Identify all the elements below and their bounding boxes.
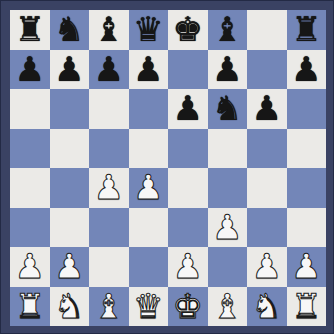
black-bishop[interactable]: ♝ <box>94 10 124 50</box>
square-e1[interactable]: ♚ <box>168 287 208 327</box>
square-h4[interactable] <box>287 168 327 208</box>
square-b2[interactable]: ♟ <box>50 247 90 287</box>
black-pawn[interactable]: ♟ <box>54 50 84 90</box>
white-pawn[interactable]: ♟ <box>291 247 321 287</box>
square-g6[interactable]: ♟ <box>247 89 287 129</box>
white-pawn[interactable]: ♟ <box>173 247 203 287</box>
black-king[interactable]: ♚ <box>173 10 203 50</box>
square-d8[interactable]: ♛ <box>129 10 169 50</box>
square-d7[interactable]: ♟ <box>129 50 169 90</box>
square-d2[interactable] <box>129 247 169 287</box>
square-a1[interactable]: ♜ <box>10 287 50 327</box>
white-pawn[interactable]: ♟ <box>94 168 124 208</box>
square-e4[interactable] <box>168 168 208 208</box>
square-a7[interactable]: ♟ <box>10 50 50 90</box>
square-g2[interactable]: ♟ <box>247 247 287 287</box>
square-h1[interactable]: ♜ <box>287 287 327 327</box>
black-bishop[interactable]: ♝ <box>212 10 242 50</box>
white-king[interactable]: ♚ <box>173 287 203 327</box>
square-b5[interactable] <box>50 129 90 169</box>
black-knight[interactable]: ♞ <box>212 89 242 129</box>
black-pawn[interactable]: ♟ <box>133 50 163 90</box>
square-f1[interactable]: ♝ <box>208 287 248 327</box>
square-c2[interactable] <box>89 247 129 287</box>
white-bishop[interactable]: ♝ <box>94 287 124 327</box>
square-b7[interactable]: ♟ <box>50 50 90 90</box>
black-pawn[interactable]: ♟ <box>212 50 242 90</box>
square-f3[interactable]: ♟ <box>208 208 248 248</box>
square-c4[interactable]: ♟ <box>89 168 129 208</box>
square-f6[interactable]: ♞ <box>208 89 248 129</box>
square-f5[interactable] <box>208 129 248 169</box>
square-h3[interactable] <box>287 208 327 248</box>
square-h5[interactable] <box>287 129 327 169</box>
black-pawn[interactable]: ♟ <box>291 50 321 90</box>
chess-board[interactable]: ♜♞♝♛♚♝♜♟♟♟♟♟♟♟♞♟♟♟♟♟♟♟♟♟♜♞♝♛♚♝♞♜ <box>10 10 326 326</box>
square-b1[interactable]: ♞ <box>50 287 90 327</box>
square-e7[interactable] <box>168 50 208 90</box>
white-rook[interactable]: ♜ <box>15 287 45 327</box>
white-pawn[interactable]: ♟ <box>15 247 45 287</box>
square-d1[interactable]: ♛ <box>129 287 169 327</box>
white-pawn[interactable]: ♟ <box>252 247 282 287</box>
square-b4[interactable] <box>50 168 90 208</box>
square-g8[interactable] <box>247 10 287 50</box>
white-knight[interactable]: ♞ <box>54 287 84 327</box>
square-c8[interactable]: ♝ <box>89 10 129 50</box>
square-f7[interactable]: ♟ <box>208 50 248 90</box>
square-c1[interactable]: ♝ <box>89 287 129 327</box>
black-pawn[interactable]: ♟ <box>173 89 203 129</box>
square-a3[interactable] <box>10 208 50 248</box>
square-h8[interactable]: ♜ <box>287 10 327 50</box>
square-f4[interactable] <box>208 168 248 208</box>
black-queen[interactable]: ♛ <box>133 10 163 50</box>
white-bishop[interactable]: ♝ <box>212 287 242 327</box>
square-h7[interactable]: ♟ <box>287 50 327 90</box>
black-knight[interactable]: ♞ <box>54 10 84 50</box>
square-a8[interactable]: ♜ <box>10 10 50 50</box>
square-g3[interactable] <box>247 208 287 248</box>
square-d3[interactable] <box>129 208 169 248</box>
square-c7[interactable]: ♟ <box>89 50 129 90</box>
black-pawn[interactable]: ♟ <box>94 50 124 90</box>
white-pawn[interactable]: ♟ <box>212 208 242 248</box>
square-a6[interactable] <box>10 89 50 129</box>
square-c6[interactable] <box>89 89 129 129</box>
square-h2[interactable]: ♟ <box>287 247 327 287</box>
black-rook[interactable]: ♜ <box>15 10 45 50</box>
board-frame: ♜♞♝♛♚♝♜♟♟♟♟♟♟♟♞♟♟♟♟♟♟♟♟♟♜♞♝♛♚♝♞♜ <box>0 0 334 334</box>
square-c3[interactable] <box>89 208 129 248</box>
black-pawn[interactable]: ♟ <box>15 50 45 90</box>
white-pawn[interactable]: ♟ <box>54 247 84 287</box>
black-pawn[interactable]: ♟ <box>252 89 282 129</box>
square-a4[interactable] <box>10 168 50 208</box>
square-g7[interactable] <box>247 50 287 90</box>
square-b8[interactable]: ♞ <box>50 10 90 50</box>
square-b6[interactable] <box>50 89 90 129</box>
square-h6[interactable] <box>287 89 327 129</box>
white-pawn[interactable]: ♟ <box>133 168 163 208</box>
square-e8[interactable]: ♚ <box>168 10 208 50</box>
square-g5[interactable] <box>247 129 287 169</box>
square-d4[interactable]: ♟ <box>129 168 169 208</box>
white-rook[interactable]: ♜ <box>291 287 321 327</box>
square-e6[interactable]: ♟ <box>168 89 208 129</box>
square-e2[interactable]: ♟ <box>168 247 208 287</box>
white-knight[interactable]: ♞ <box>252 287 282 327</box>
square-c5[interactable] <box>89 129 129 169</box>
square-e5[interactable] <box>168 129 208 169</box>
square-d6[interactable] <box>129 89 169 129</box>
square-b3[interactable] <box>50 208 90 248</box>
square-g1[interactable]: ♞ <box>247 287 287 327</box>
square-f2[interactable] <box>208 247 248 287</box>
square-g4[interactable] <box>247 168 287 208</box>
square-f8[interactable]: ♝ <box>208 10 248 50</box>
square-e3[interactable] <box>168 208 208 248</box>
black-rook[interactable]: ♜ <box>291 10 321 50</box>
white-queen[interactable]: ♛ <box>133 287 163 327</box>
square-d5[interactable] <box>129 129 169 169</box>
square-a5[interactable] <box>10 129 50 169</box>
square-a2[interactable]: ♟ <box>10 247 50 287</box>
